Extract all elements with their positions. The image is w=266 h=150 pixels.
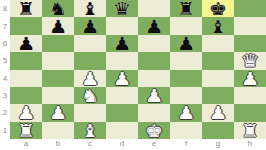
piece-white-rook[interactable]: ♜ (241, 122, 260, 139)
rank-label-4: 4 (0, 70, 10, 87)
square-d3[interactable] (106, 87, 138, 104)
square-h3[interactable] (234, 87, 266, 104)
rank-label-5: 5 (0, 52, 10, 69)
square-b5[interactable] (42, 52, 74, 69)
piece-white-pawn[interactable]: ♟ (209, 104, 228, 121)
square-a5[interactable] (10, 52, 42, 69)
chess-board: ♜♞♝♛♜♚♟♟♟♝♟♟♟♛♟♟♟♞♟♟♟♟♟♜♝♚♜ (10, 0, 266, 139)
piece-black-pawn[interactable]: ♟ (17, 35, 36, 52)
square-b4[interactable] (42, 70, 74, 87)
square-f2[interactable]: ♟ (170, 104, 202, 121)
piece-black-pawn[interactable]: ♟ (145, 18, 164, 35)
piece-black-queen[interactable]: ♛ (113, 0, 132, 17)
square-g1[interactable] (202, 122, 234, 139)
square-c3[interactable]: ♞ (74, 87, 106, 104)
square-d2[interactable] (106, 104, 138, 121)
rank-label-6: 6 (0, 35, 10, 52)
piece-white-knight[interactable]: ♞ (81, 87, 100, 104)
piece-white-bishop[interactable]: ♝ (81, 122, 100, 139)
file-label-f: f (170, 139, 202, 150)
piece-black-rook[interactable]: ♜ (17, 0, 36, 17)
square-f4[interactable] (170, 70, 202, 87)
rank-label-7: 7 (0, 17, 10, 34)
chess-app-screen: 87654321 ♜♞♝♛♜♚♟♟♟♝♟♟♟♛♟♟♟♞♟♟♟♟♟♜♝♚♜ abc… (0, 0, 266, 150)
piece-black-rook[interactable]: ♜ (177, 0, 196, 17)
file-label-e: e (138, 139, 170, 150)
piece-white-rook[interactable]: ♜ (17, 122, 36, 139)
file-label-d: d (106, 139, 138, 150)
square-b2[interactable]: ♟ (42, 104, 74, 121)
square-b1[interactable] (42, 122, 74, 139)
file-label-c: c (74, 139, 106, 150)
square-e3[interactable]: ♟ (138, 87, 170, 104)
square-a8[interactable]: ♜ (10, 0, 42, 17)
square-e5[interactable] (138, 52, 170, 69)
rank-label-2: 2 (0, 104, 10, 121)
piece-black-pawn[interactable]: ♟ (177, 35, 196, 52)
square-c1[interactable]: ♝ (74, 122, 106, 139)
square-f6[interactable]: ♟ (170, 35, 202, 52)
square-b7[interactable]: ♟ (42, 17, 74, 34)
piece-white-pawn[interactable]: ♟ (241, 70, 260, 87)
square-c7[interactable]: ♟ (74, 17, 106, 34)
square-e6[interactable] (138, 35, 170, 52)
square-a1[interactable]: ♜ (10, 122, 42, 139)
rank-label-1: 1 (0, 122, 10, 139)
square-g2[interactable]: ♟ (202, 104, 234, 121)
square-h7[interactable] (234, 17, 266, 34)
square-g7[interactable]: ♝ (202, 17, 234, 34)
piece-white-pawn[interactable]: ♟ (177, 104, 196, 121)
square-h8[interactable] (234, 0, 266, 17)
square-c6[interactable] (74, 35, 106, 52)
square-d8[interactable]: ♛ (106, 0, 138, 17)
piece-white-pawn[interactable]: ♟ (49, 104, 68, 121)
square-h4[interactable]: ♟ (234, 70, 266, 87)
file-labels: abcdefgh (10, 139, 266, 150)
piece-black-bishop[interactable]: ♝ (209, 18, 228, 35)
square-h1[interactable]: ♜ (234, 122, 266, 139)
piece-white-king[interactable]: ♚ (145, 122, 164, 139)
square-a6[interactable]: ♟ (10, 35, 42, 52)
file-label-h: h (234, 139, 266, 150)
rank-label-8: 8 (0, 0, 10, 17)
square-g6[interactable] (202, 35, 234, 52)
square-f8[interactable]: ♜ (170, 0, 202, 17)
file-label-b: b (42, 139, 74, 150)
piece-white-pawn[interactable]: ♟ (145, 87, 164, 104)
piece-black-pawn[interactable]: ♟ (113, 35, 132, 52)
square-b6[interactable] (42, 35, 74, 52)
square-f5[interactable] (170, 52, 202, 69)
square-e1[interactable]: ♚ (138, 122, 170, 139)
square-g4[interactable] (202, 70, 234, 87)
square-f1[interactable] (170, 122, 202, 139)
file-label-a: a (10, 139, 42, 150)
rank-label-3: 3 (0, 87, 10, 104)
square-d1[interactable] (106, 122, 138, 139)
square-d4[interactable]: ♟ (106, 70, 138, 87)
rank-labels: 87654321 (0, 0, 10, 139)
file-label-g: g (202, 139, 234, 150)
square-e7[interactable]: ♟ (138, 17, 170, 34)
piece-white-pawn[interactable]: ♟ (113, 70, 132, 87)
piece-black-pawn[interactable]: ♟ (49, 18, 68, 35)
square-a4[interactable] (10, 70, 42, 87)
square-d6[interactable]: ♟ (106, 35, 138, 52)
square-g5[interactable] (202, 52, 234, 69)
piece-black-pawn[interactable]: ♟ (81, 18, 100, 35)
